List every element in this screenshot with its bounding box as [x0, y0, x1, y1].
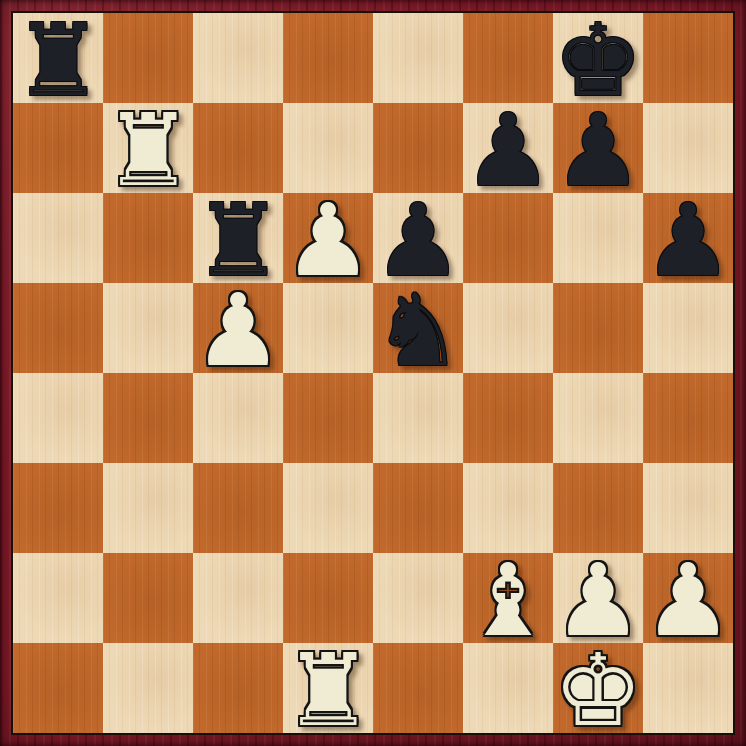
square-e3[interactable]: [373, 463, 463, 553]
square-e5[interactable]: ♞: [373, 283, 463, 373]
square-c2[interactable]: [193, 553, 283, 643]
piece-black-pawn-g7[interactable]: ♟: [553, 103, 643, 193]
square-f6[interactable]: [463, 193, 553, 283]
square-g2[interactable]: ♟: [553, 553, 643, 643]
square-e1[interactable]: [373, 643, 463, 733]
square-h4[interactable]: [643, 373, 733, 463]
square-d5[interactable]: [283, 283, 373, 373]
square-b7[interactable]: ♜: [103, 103, 193, 193]
piece-black-rook-a8[interactable]: ♜: [13, 13, 103, 103]
square-e2[interactable]: [373, 553, 463, 643]
square-d1[interactable]: ♜: [283, 643, 373, 733]
square-g7[interactable]: ♟: [553, 103, 643, 193]
piece-black-knight-e5[interactable]: ♞: [373, 283, 463, 373]
square-h8[interactable]: [643, 13, 733, 103]
square-h7[interactable]: [643, 103, 733, 193]
piece-white-rook-b7[interactable]: ♜: [103, 103, 193, 193]
square-f2[interactable]: ♝: [463, 553, 553, 643]
square-a3[interactable]: [13, 463, 103, 553]
square-f4[interactable]: [463, 373, 553, 463]
square-b4[interactable]: [103, 373, 193, 463]
square-b2[interactable]: [103, 553, 193, 643]
square-g4[interactable]: [553, 373, 643, 463]
square-f1[interactable]: [463, 643, 553, 733]
square-f8[interactable]: [463, 13, 553, 103]
square-g3[interactable]: [553, 463, 643, 553]
square-d6[interactable]: ♟: [283, 193, 373, 283]
square-c4[interactable]: [193, 373, 283, 463]
square-b5[interactable]: [103, 283, 193, 373]
piece-white-king-g1[interactable]: ♚: [553, 643, 643, 733]
piece-white-pawn-g2[interactable]: ♟: [553, 553, 643, 643]
square-c5[interactable]: ♟: [193, 283, 283, 373]
square-b3[interactable]: [103, 463, 193, 553]
square-g1[interactable]: ♚: [553, 643, 643, 733]
square-g5[interactable]: [553, 283, 643, 373]
piece-white-pawn-h2[interactable]: ♟: [643, 553, 733, 643]
square-e4[interactable]: [373, 373, 463, 463]
square-f7[interactable]: ♟: [463, 103, 553, 193]
piece-white-pawn-d6[interactable]: ♟: [283, 193, 373, 283]
square-c7[interactable]: [193, 103, 283, 193]
square-h2[interactable]: ♟: [643, 553, 733, 643]
square-d7[interactable]: [283, 103, 373, 193]
square-e6[interactable]: ♟: [373, 193, 463, 283]
piece-black-pawn-h6[interactable]: ♟: [643, 193, 733, 283]
square-c6[interactable]: ♜: [193, 193, 283, 283]
square-e8[interactable]: [373, 13, 463, 103]
square-a5[interactable]: [13, 283, 103, 373]
board-frame: ♜♚♜♟♟♜♟♟♟♟♞♝♟♟♜♚: [0, 0, 746, 746]
square-a8[interactable]: ♜: [13, 13, 103, 103]
square-g6[interactable]: [553, 193, 643, 283]
chess-board[interactable]: ♜♚♜♟♟♜♟♟♟♟♞♝♟♟♜♚: [13, 13, 733, 733]
square-c3[interactable]: [193, 463, 283, 553]
square-f5[interactable]: [463, 283, 553, 373]
piece-black-pawn-e6[interactable]: ♟: [373, 193, 463, 283]
piece-black-pawn-f7[interactable]: ♟: [463, 103, 553, 193]
piece-white-pawn-c5[interactable]: ♟: [193, 283, 283, 373]
square-d3[interactable]: [283, 463, 373, 553]
piece-black-rook-c6[interactable]: ♜: [193, 193, 283, 283]
square-b8[interactable]: [103, 13, 193, 103]
piece-black-king-g8[interactable]: ♚: [553, 13, 643, 103]
square-a1[interactable]: [13, 643, 103, 733]
square-a7[interactable]: [13, 103, 103, 193]
piece-white-bishop-f2[interactable]: ♝: [463, 553, 553, 643]
square-d2[interactable]: [283, 553, 373, 643]
square-h3[interactable]: [643, 463, 733, 553]
square-c1[interactable]: [193, 643, 283, 733]
square-h1[interactable]: [643, 643, 733, 733]
square-b6[interactable]: [103, 193, 193, 283]
square-g8[interactable]: ♚: [553, 13, 643, 103]
square-f3[interactable]: [463, 463, 553, 553]
square-h6[interactable]: ♟: [643, 193, 733, 283]
square-e7[interactable]: [373, 103, 463, 193]
square-a4[interactable]: [13, 373, 103, 463]
square-d8[interactable]: [283, 13, 373, 103]
piece-white-rook-d1[interactable]: ♜: [283, 643, 373, 733]
square-h5[interactable]: [643, 283, 733, 373]
board-border: ♜♚♜♟♟♜♟♟♟♟♞♝♟♟♜♚: [11, 11, 735, 735]
square-a2[interactable]: [13, 553, 103, 643]
square-d4[interactable]: [283, 373, 373, 463]
square-a6[interactable]: [13, 193, 103, 283]
square-c8[interactable]: [193, 13, 283, 103]
square-b1[interactable]: [103, 643, 193, 733]
